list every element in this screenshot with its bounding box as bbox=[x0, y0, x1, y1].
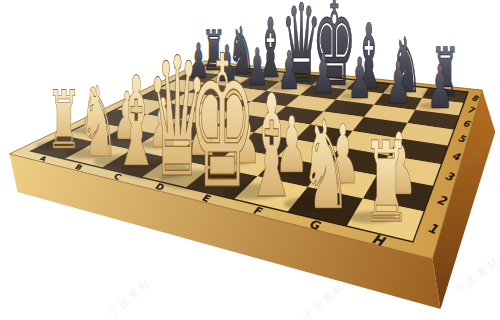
chess-board: ABCDEFGH12345678♜♞♝♟♛♟♚♟♝♟♞♟♜♟♟♟♟♟♟♜♟♞♟♝… bbox=[0, 0, 500, 320]
piece-black-pawn[interactable]: ♟ bbox=[427, 52, 453, 122]
piece-white-bishop[interactable]: ♝ bbox=[245, 64, 298, 230]
chess-illustration-scene: ABCDEFGH12345678♜♞♝♟♛♟♚♟♝♟♞♟♜♟♟♟♟♟♟♜♟♞♟♝… bbox=[0, 0, 500, 320]
piece-white-knight[interactable]: ♞ bbox=[301, 95, 351, 236]
piece-white-rook[interactable]: ♜ bbox=[46, 73, 81, 167]
piece-white-rook[interactable]: ♜ bbox=[362, 118, 410, 248]
piece-black-pawn[interactable]: ♟ bbox=[347, 46, 371, 111]
piece-black-pawn[interactable]: ♟ bbox=[386, 49, 411, 117]
